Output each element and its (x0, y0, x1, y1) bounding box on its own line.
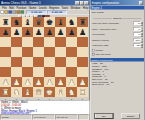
square-h6[interactable] (77, 37, 88, 47)
square-h7[interactable]: ♟ (77, 27, 88, 37)
checkbox[interactable]: ✓ (92, 53, 95, 56)
black-pawn: ♟ (46, 27, 53, 37)
option-input[interactable]: 5 (134, 22, 141, 26)
black-pawn: ♟ (24, 27, 31, 37)
black-bishop: ♝ (24, 17, 31, 27)
white-pawn: ♟ (68, 77, 75, 87)
square-b1[interactable]: ♞ (11, 87, 22, 97)
engine-type-label: UCI engine (91, 10, 145, 14)
square-g4[interactable] (66, 57, 77, 67)
square-e8[interactable]: ♚ (44, 17, 55, 27)
square-c6[interactable] (22, 37, 33, 47)
dialog-title-bar[interactable]: Engine configuration × (91, 0, 145, 6)
square-e2[interactable]: ♟ (44, 77, 55, 87)
white-pawn: ♟ (13, 77, 20, 87)
checkbox-row-2: ✓Use own book (91, 52, 145, 56)
square-a1[interactable]: ♜ (0, 87, 11, 97)
option-input[interactable]: 6 (134, 33, 141, 37)
black-pawn: ♟ (57, 27, 64, 37)
square-d2[interactable]: ♟ (33, 77, 44, 87)
checkbox-label: Ponder (96, 49, 104, 52)
white-clock: 0:00:00 (27, 10, 47, 14)
white-pawn: ♟ (46, 77, 53, 87)
square-c2[interactable]: ♟ (22, 77, 33, 87)
black-pawn: ♟ (79, 27, 86, 37)
square-h8[interactable]: ♜ (77, 17, 88, 27)
main-window-title: Arena Chess GUI - Game 1 (1, 1, 75, 5)
close-icon[interactable]: × (85, 1, 89, 5)
square-g5[interactable] (66, 47, 77, 57)
menu-levels[interactable]: Levels (37, 6, 47, 9)
white-rook: ♜ (2, 87, 9, 97)
status-section-3: B 0:00:00 (56, 115, 78, 120)
square-a7[interactable]: ♟ (0, 27, 11, 37)
paste-icon[interactable] (17, 11, 21, 14)
square-g8[interactable]: ♞ (66, 17, 77, 27)
spin-down-icon[interactable]: ▼ (141, 29, 143, 31)
black-king: ♚ (46, 17, 53, 27)
white-knight: ♞ (68, 87, 75, 97)
ok-button[interactable]: OK (95, 114, 113, 119)
white-pawn: ♟ (2, 77, 9, 87)
menu-help[interactable]: Help (82, 6, 90, 9)
white-pawn: ♟ (57, 77, 64, 87)
square-g3[interactable] (66, 67, 77, 77)
game-info-panel: Game 1: White - Black0:00:00 - 0:00:001.… (0, 100, 90, 114)
menu-window[interactable]: Window (69, 6, 81, 9)
cancel-button[interactable]: Cancel (122, 114, 140, 119)
black-pawn: ♟ (2, 27, 9, 37)
black-queen: ♛ (35, 17, 42, 27)
square-d1[interactable]: ♛ (33, 87, 44, 97)
new-game-icon[interactable] (1, 11, 5, 14)
square-f2[interactable]: ♟ (55, 77, 66, 87)
flip-board-icon[interactable] (21, 11, 25, 14)
black-rook: ♜ (2, 17, 9, 27)
square-d8[interactable]: ♛ (33, 17, 44, 27)
options-group-header: Options (93, 17, 143, 20)
square-d6[interactable] (33, 37, 44, 47)
save-icon[interactable] (9, 11, 13, 14)
engine-config-dialog: Engine configuration × Engine 1 UCI engi… (90, 0, 144, 120)
spin-down-icon[interactable]: ▼ (141, 46, 143, 48)
square-b8[interactable]: ♞ (11, 17, 22, 27)
spinner[interactable]: ▲▼ (141, 44, 143, 48)
square-h4[interactable] (77, 57, 88, 67)
square-b7[interactable]: ♟ (11, 27, 22, 37)
menu-position[interactable]: Position (15, 6, 27, 9)
option-label: Time + increment (sec) (92, 28, 134, 31)
square-e6[interactable] (44, 37, 55, 47)
square-d3[interactable] (33, 67, 44, 77)
white-king: ♚ (46, 87, 53, 97)
square-e3[interactable] (44, 67, 55, 77)
white-pawn: ♟ (24, 77, 31, 87)
white-pawn: ♟ (35, 77, 42, 87)
black-bishop: ♝ (57, 17, 64, 27)
black-clock: 0:00:00 (47, 10, 67, 14)
screen: Arena Chess GUI - Game 1 ─ □ × FileEditP… (0, 0, 144, 120)
dialog-close-icon[interactable]: × (139, 1, 143, 5)
square-e7[interactable]: ♟ (44, 27, 55, 37)
option-label: Hash size (MB) (92, 44, 134, 47)
square-f6[interactable] (55, 37, 66, 47)
status-section-2: W 0:00:00 (33, 115, 55, 120)
copy-icon[interactable] (13, 11, 17, 14)
square-f8[interactable]: ♝ (55, 17, 66, 27)
black-pawn: ♟ (13, 27, 20, 37)
chess-board[interactable]: ♜♞♝♛♚♝♞♜♟♟♟♟♟♟♟♟♟♟♟♟♟♟♟♟♜♞♝♛♚♝♞♜ (0, 17, 88, 97)
params-list: Hash = 32Ponder = falseOwnBook = trueMul… (91, 62, 145, 92)
square-b5[interactable] (11, 47, 22, 57)
spin-down-icon[interactable]: ▼ (141, 24, 143, 26)
menu-bar: FileEditPositionGameLevelsEnginesToolsWi… (0, 6, 90, 10)
square-c8[interactable]: ♝ (22, 17, 33, 27)
square-f7[interactable]: ♟ (55, 27, 66, 37)
white-rook: ♜ (79, 87, 86, 97)
menu-file[interactable]: File (1, 6, 8, 9)
menu-edit[interactable]: Edit (8, 6, 15, 9)
square-b2[interactable]: ♟ (11, 77, 22, 87)
white-bishop: ♝ (24, 87, 31, 97)
square-a5[interactable] (0, 47, 11, 57)
options-fields: Time per move (seconds)5▲▼Time + increme… (91, 21, 145, 49)
param-line-9: Slow Mover = 80 (92, 83, 143, 86)
option-label: Nodes in 1000s (92, 39, 134, 42)
square-g7[interactable]: ♟ (66, 27, 77, 37)
spinner[interactable]: ▲▼ (141, 38, 143, 42)
white-knight: ♞ (13, 87, 20, 97)
square-c7[interactable]: ♟ (22, 27, 33, 37)
square-f1[interactable]: ♝ (55, 87, 66, 97)
square-c4[interactable] (22, 57, 33, 67)
black-knight: ♞ (13, 17, 20, 27)
square-f4[interactable] (55, 57, 66, 67)
white-bishop: ♝ (57, 87, 64, 97)
square-b6[interactable] (11, 37, 22, 47)
spin-down-icon[interactable]: ▼ (141, 40, 143, 42)
white-queen: ♛ (35, 87, 42, 97)
option-label: Time per move (seconds) (92, 22, 134, 25)
dialog-buttons: OK Cancel (91, 114, 145, 119)
option-label: Fixed depth (92, 33, 134, 36)
square-d5[interactable] (33, 47, 44, 57)
spinner[interactable]: ▲▼ (141, 27, 143, 31)
menu-engines[interactable]: Engines (48, 6, 60, 9)
square-e1[interactable]: ♚ (44, 87, 55, 97)
minimize-icon[interactable]: ─ (76, 1, 80, 5)
square-a6[interactable] (0, 37, 11, 47)
square-d4[interactable] (33, 57, 44, 67)
dialog-title: Engine configuration (92, 1, 140, 4)
option-input[interactable]: 100 (134, 38, 141, 42)
checkbox[interactable] (92, 49, 95, 52)
square-e4[interactable] (44, 57, 55, 67)
square-c5[interactable] (22, 47, 33, 57)
square-f5[interactable] (55, 47, 66, 57)
white-pawn: ♟ (79, 77, 86, 87)
spinner[interactable]: ▲▼ (141, 22, 143, 26)
square-d7[interactable]: ♟ (33, 27, 44, 37)
black-pawn: ♟ (68, 27, 75, 37)
menu-tools[interactable]: Tools (60, 6, 69, 9)
square-e5[interactable] (44, 47, 55, 57)
square-g2[interactable]: ♟ (66, 77, 77, 87)
square-g6[interactable] (66, 37, 77, 47)
square-a4[interactable] (0, 57, 11, 67)
square-h2[interactable]: ♟ (77, 77, 88, 87)
square-b3[interactable] (11, 67, 22, 77)
option-input[interactable]: 0 (134, 27, 141, 31)
open-icon[interactable] (5, 11, 9, 14)
status-section-4 (79, 115, 89, 120)
square-c3[interactable] (22, 67, 33, 77)
options-checkboxes: Ponder✓Use own book (91, 48, 145, 56)
black-knight: ♞ (68, 17, 75, 27)
square-a3[interactable] (0, 67, 11, 77)
option-input[interactable]: 32 (134, 44, 141, 48)
square-h3[interactable] (77, 67, 88, 77)
square-b4[interactable] (11, 57, 22, 67)
status-bar: ReadyW 0:00:00B 0:00:00 (0, 114, 90, 120)
maximize-icon[interactable]: □ (80, 1, 84, 5)
square-a2[interactable]: ♟ (0, 77, 11, 87)
square-h5[interactable] (77, 47, 88, 57)
square-f3[interactable] (55, 67, 66, 77)
menu-game[interactable]: Game (27, 6, 37, 9)
square-a8[interactable]: ♜ (0, 17, 11, 27)
status-section-1: Ready (1, 115, 32, 120)
square-g1[interactable]: ♞ (66, 87, 77, 97)
spinner[interactable]: ▲▼ (141, 33, 143, 37)
spin-down-icon[interactable]: ▼ (141, 35, 143, 37)
main-window: Arena Chess GUI - Game 1 ─ □ × FileEditP… (0, 0, 90, 120)
black-pawn: ♟ (35, 27, 42, 37)
black-rook: ♜ (79, 17, 86, 27)
square-h1[interactable]: ♜ (77, 87, 88, 97)
square-c1[interactable]: ♝ (22, 87, 33, 97)
checkbox-label: Use own book (96, 53, 111, 56)
